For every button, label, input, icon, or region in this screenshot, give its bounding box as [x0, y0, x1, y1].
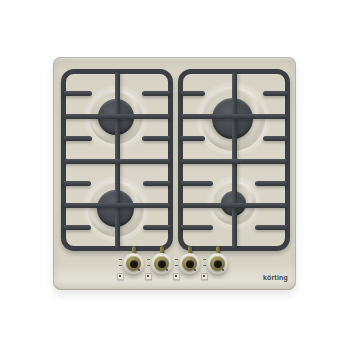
knob-center: [186, 260, 194, 268]
flame-mark: [175, 265, 178, 266]
burner-indicator: [201, 273, 208, 280]
flame-mark: [203, 265, 206, 266]
grate-finger: [255, 225, 287, 230]
grate-finger: [263, 136, 287, 141]
grate-finger: [255, 181, 287, 186]
grate-finger: [181, 181, 213, 186]
grate-middle-bar: [181, 159, 287, 164]
flame-mark: [119, 265, 122, 266]
knob-pointer: [194, 269, 196, 271]
knob-center: [214, 260, 222, 268]
grate-finger: [64, 181, 91, 186]
knob-center: [158, 260, 166, 268]
grate-cross-bar: [181, 114, 287, 119]
grate-cross-bar: [64, 114, 170, 119]
burner-indicator: [173, 273, 180, 280]
grate-finger: [143, 181, 170, 186]
brand-logo: körting: [263, 274, 288, 281]
grate-finger: [64, 225, 91, 230]
product-photo-gas-hob: körting: [0, 0, 350, 350]
grate-finger: [142, 91, 170, 96]
knob-center: [130, 260, 138, 268]
flame-mark: [119, 259, 122, 260]
knob-pointer: [138, 269, 140, 271]
burner-indicator: [117, 273, 124, 280]
grate-finger: [181, 136, 205, 141]
grate-cross-bar: [64, 203, 170, 208]
grate-finger: [64, 91, 92, 96]
hob-panel: körting: [53, 57, 296, 290]
grate-middle-bar: [64, 159, 170, 164]
grate-finger: [181, 225, 213, 230]
grate-finger: [143, 225, 170, 230]
flame-mark: [147, 259, 150, 260]
knob-pointer: [166, 269, 168, 271]
flame-mark: [203, 259, 206, 260]
flame-mark: [175, 259, 178, 260]
grate-finger: [181, 91, 205, 96]
flame-mark: [147, 265, 150, 266]
left-pan-grate: [61, 69, 173, 251]
grate-finger: [64, 136, 92, 141]
burner-indicator: [145, 273, 152, 280]
knob-pointer: [222, 269, 224, 271]
right-pan-grate: [178, 69, 290, 251]
grate-finger: [263, 91, 287, 96]
grate-finger: [142, 136, 170, 141]
grate-cross-bar: [181, 203, 287, 208]
